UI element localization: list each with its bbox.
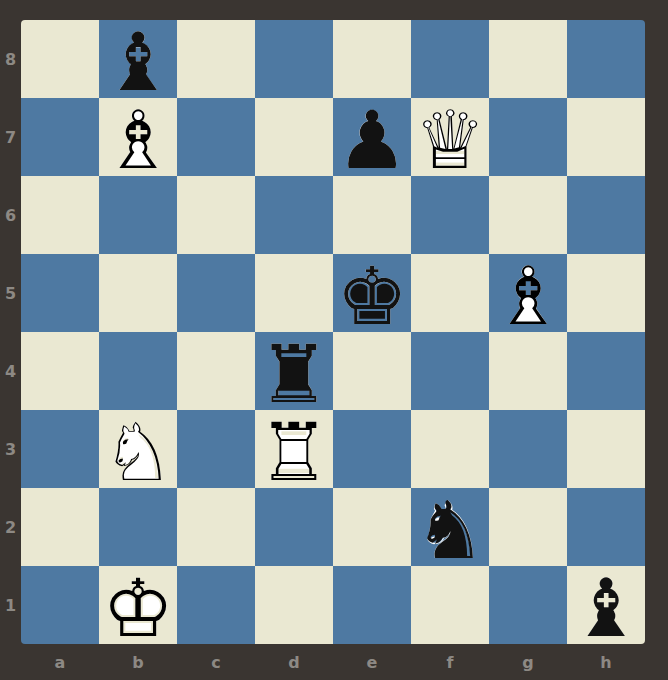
black-rook[interactable]: ♖♜: [255, 332, 333, 410]
rank-label-1: 1: [0, 566, 21, 644]
square-e8[interactable]: [333, 20, 411, 98]
square-h8[interactable]: [567, 20, 645, 98]
square-h6[interactable]: [567, 176, 645, 254]
black-rook-glyph-detail: ♜: [255, 336, 333, 414]
white-bishop[interactable]: ♝♗: [99, 98, 177, 176]
black-king-glyph-base: ♔: [333, 258, 411, 336]
square-a3[interactable]: [21, 410, 99, 488]
square-g7[interactable]: [489, 98, 567, 176]
file-label-e: e: [333, 644, 411, 680]
square-g4[interactable]: [489, 332, 567, 410]
square-a5[interactable]: [21, 254, 99, 332]
rank-label-6: 6: [0, 176, 21, 254]
square-h4[interactable]: [567, 332, 645, 410]
file-label-d: d: [255, 644, 333, 680]
square-d2[interactable]: [255, 488, 333, 566]
square-c6[interactable]: [177, 176, 255, 254]
square-h2[interactable]: [567, 488, 645, 566]
black-pawn-glyph-base: ♙: [333, 102, 411, 180]
square-h3[interactable]: [567, 410, 645, 488]
square-g6[interactable]: [489, 176, 567, 254]
black-bishop-glyph-detail: ♝: [567, 570, 645, 644]
square-c2[interactable]: [177, 488, 255, 566]
square-d3[interactable]: ♜♖: [255, 410, 333, 488]
white-knight-glyph-base: ♞: [99, 414, 177, 492]
square-e3[interactable]: [333, 410, 411, 488]
square-d1[interactable]: [255, 566, 333, 644]
black-bishop-glyph-detail: ♝: [99, 24, 177, 102]
white-queen[interactable]: ♛♕: [411, 98, 489, 176]
square-f5[interactable]: [411, 254, 489, 332]
square-c4[interactable]: [177, 332, 255, 410]
square-g1[interactable]: [489, 566, 567, 644]
rank-label-2: 2: [0, 488, 21, 566]
black-knight-glyph-detail: ♞: [411, 492, 489, 570]
square-f4[interactable]: [411, 332, 489, 410]
black-knight[interactable]: ♘♞: [411, 488, 489, 566]
square-g8[interactable]: [489, 20, 567, 98]
white-bishop-glyph-detail: ♗: [489, 258, 567, 336]
file-label-a: a: [21, 644, 99, 680]
white-bishop-glyph-base: ♝: [489, 258, 567, 336]
black-bishop-glyph-base: ♗: [567, 570, 645, 644]
white-king-glyph-base: ♚: [99, 570, 177, 644]
square-a4[interactable]: [21, 332, 99, 410]
square-b7[interactable]: ♝♗: [99, 98, 177, 176]
white-bishop[interactable]: ♝♗: [489, 254, 567, 332]
square-b8[interactable]: ♗♝: [99, 20, 177, 98]
square-a7[interactable]: [21, 98, 99, 176]
file-label-g: g: [489, 644, 567, 680]
square-h7[interactable]: [567, 98, 645, 176]
square-d4[interactable]: ♖♜: [255, 332, 333, 410]
square-d7[interactable]: [255, 98, 333, 176]
square-f2[interactable]: ♘♞: [411, 488, 489, 566]
white-rook-glyph-base: ♜: [255, 414, 333, 492]
square-a6[interactable]: [21, 176, 99, 254]
white-rook[interactable]: ♜♖: [255, 410, 333, 488]
black-pawn[interactable]: ♙♟: [333, 98, 411, 176]
square-d6[interactable]: [255, 176, 333, 254]
square-g2[interactable]: [489, 488, 567, 566]
black-king-glyph-detail: ♚: [333, 258, 411, 336]
white-king[interactable]: ♚♔: [99, 566, 177, 644]
file-label-c: c: [177, 644, 255, 680]
square-c5[interactable]: [177, 254, 255, 332]
square-c3[interactable]: [177, 410, 255, 488]
black-bishop[interactable]: ♗♝: [99, 20, 177, 98]
square-b2[interactable]: [99, 488, 177, 566]
square-f6[interactable]: [411, 176, 489, 254]
white-king-glyph-detail: ♔: [99, 570, 177, 644]
square-e2[interactable]: [333, 488, 411, 566]
square-b4[interactable]: [99, 332, 177, 410]
square-g5[interactable]: ♝♗: [489, 254, 567, 332]
file-label-f: f: [411, 644, 489, 680]
black-bishop[interactable]: ♗♝: [567, 566, 645, 644]
square-f1[interactable]: [411, 566, 489, 644]
square-b5[interactable]: [99, 254, 177, 332]
black-pawn-glyph-detail: ♟: [333, 102, 411, 180]
square-f7[interactable]: ♛♕: [411, 98, 489, 176]
square-e4[interactable]: [333, 332, 411, 410]
square-f8[interactable]: [411, 20, 489, 98]
square-d8[interactable]: [255, 20, 333, 98]
square-e5[interactable]: ♔♚: [333, 254, 411, 332]
white-knight[interactable]: ♞♘: [99, 410, 177, 488]
rank-label-4: 4: [0, 332, 21, 410]
square-c7[interactable]: [177, 98, 255, 176]
chess-diagram: 87654321 ♗♝♝♗♙♟♛♕♔♚♝♗♖♜♞♘♜♖♘♞♚♔♗♝ abcdef…: [0, 0, 668, 680]
rank-label-3: 3: [0, 410, 21, 488]
square-e6[interactable]: [333, 176, 411, 254]
square-a2[interactable]: [21, 488, 99, 566]
square-e1[interactable]: [333, 566, 411, 644]
white-bishop-glyph-detail: ♗: [99, 102, 177, 180]
square-b1[interactable]: ♚♔: [99, 566, 177, 644]
white-knight-glyph-detail: ♘: [99, 414, 177, 492]
white-rook-glyph-detail: ♖: [255, 414, 333, 492]
square-a8[interactable]: [21, 20, 99, 98]
square-c1[interactable]: [177, 566, 255, 644]
white-queen-glyph-base: ♛: [411, 102, 489, 180]
black-rook-glyph-base: ♖: [255, 336, 333, 414]
square-g3[interactable]: [489, 410, 567, 488]
square-d5[interactable]: [255, 254, 333, 332]
file-label-h: h: [567, 644, 645, 680]
black-bishop-glyph-base: ♗: [99, 24, 177, 102]
square-b3[interactable]: ♞♘: [99, 410, 177, 488]
rank-label-8: 8: [0, 20, 21, 98]
black-knight-glyph-base: ♘: [411, 492, 489, 570]
white-bishop-glyph-base: ♝: [99, 102, 177, 180]
square-b6[interactable]: [99, 176, 177, 254]
rank-labels: 87654321: [0, 20, 21, 644]
square-c8[interactable]: [177, 20, 255, 98]
square-h5[interactable]: [567, 254, 645, 332]
white-queen-glyph-detail: ♕: [411, 102, 489, 180]
square-e7[interactable]: ♙♟: [333, 98, 411, 176]
square-a1[interactable]: [21, 566, 99, 644]
file-labels: abcdefgh: [21, 644, 645, 680]
file-label-b: b: [99, 644, 177, 680]
rank-label-5: 5: [0, 254, 21, 332]
square-h1[interactable]: ♗♝: [567, 566, 645, 644]
square-f3[interactable]: [411, 410, 489, 488]
chess-board: ♗♝♝♗♙♟♛♕♔♚♝♗♖♜♞♘♜♖♘♞♚♔♗♝: [21, 20, 645, 644]
black-king[interactable]: ♔♚: [333, 254, 411, 332]
rank-label-7: 7: [0, 98, 21, 176]
